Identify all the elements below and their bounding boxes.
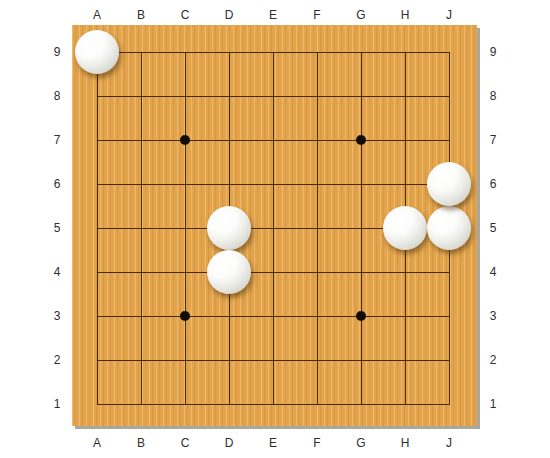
coord-bottom-A: A: [87, 436, 107, 450]
coord-top-E: E: [263, 8, 283, 22]
grid-line-h-7: [97, 140, 450, 141]
coord-top-A: A: [87, 8, 107, 22]
coord-top-B: B: [131, 8, 151, 22]
coord-top-G: G: [351, 8, 371, 22]
grid-line-h-1: [97, 404, 450, 405]
grid-line-h-6: [97, 184, 450, 185]
go-board[interactable]: [72, 25, 477, 426]
coord-left-9: 9: [47, 45, 67, 59]
coord-left-8: 8: [47, 89, 67, 103]
coord-right-5: 5: [483, 221, 503, 235]
coord-right-7: 7: [483, 133, 503, 147]
coord-right-4: 4: [483, 265, 503, 279]
coord-right-2: 2: [483, 353, 503, 367]
coord-bottom-B: B: [131, 436, 151, 450]
grid-line-h-4: [97, 272, 450, 273]
coord-bottom-H: H: [395, 436, 415, 450]
page: AABBCCDDEEFFGGHHJJ998877665544332211: [0, 0, 550, 458]
coord-left-6: 6: [47, 177, 67, 191]
coord-left-1: 1: [47, 397, 67, 411]
coord-bottom-C: C: [175, 436, 195, 450]
white-stone-H5[interactable]: [383, 206, 427, 250]
white-stone-D4[interactable]: [207, 250, 251, 294]
white-stone-J5[interactable]: [427, 206, 471, 250]
coord-bottom-F: F: [307, 436, 327, 450]
white-stone-D5[interactable]: [207, 206, 251, 250]
coord-left-2: 2: [47, 353, 67, 367]
coord-right-9: 9: [483, 45, 503, 59]
coord-left-7: 7: [47, 133, 67, 147]
coord-right-6: 6: [483, 177, 503, 191]
star-point-G3: [356, 311, 366, 321]
star-point-G7: [356, 135, 366, 145]
coord-left-4: 4: [47, 265, 67, 279]
coord-top-F: F: [307, 8, 327, 22]
star-point-C7: [180, 135, 190, 145]
grid-line-h-8: [97, 96, 450, 97]
coord-left-3: 3: [47, 309, 67, 323]
grid-line-h-9: [97, 52, 450, 53]
coord-top-C: C: [175, 8, 195, 22]
coord-top-H: H: [395, 8, 415, 22]
coord-right-1: 1: [483, 397, 503, 411]
coord-right-8: 8: [483, 89, 503, 103]
coord-left-5: 5: [47, 221, 67, 235]
coord-bottom-J: J: [439, 436, 459, 450]
coord-bottom-E: E: [263, 436, 283, 450]
coord-top-J: J: [439, 8, 459, 22]
white-stone-J6[interactable]: [427, 162, 471, 206]
star-point-C3: [180, 311, 190, 321]
grid-line-h-3: [97, 316, 450, 317]
coord-right-3: 3: [483, 309, 503, 323]
coord-top-D: D: [219, 8, 239, 22]
coord-bottom-D: D: [219, 436, 239, 450]
grid-line-h-2: [97, 360, 450, 361]
white-stone-A9[interactable]: [75, 30, 119, 74]
coord-bottom-G: G: [351, 436, 371, 450]
